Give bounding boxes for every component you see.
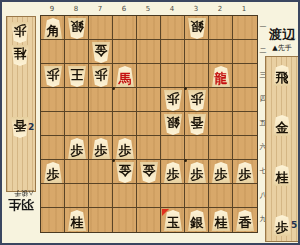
- square-2八[interactable]: [209, 184, 233, 208]
- piece-kanji: 王: [71, 66, 84, 81]
- piece-kanji: 龍: [215, 72, 228, 87]
- piece-kanji: 銀: [191, 216, 204, 231]
- file-label-4: 4: [160, 5, 184, 13]
- piece-kanji: 歩: [47, 168, 60, 183]
- square-9五[interactable]: [41, 112, 65, 136]
- piece-kanji: 角: [47, 24, 60, 39]
- piece-kanji: 銀: [71, 18, 84, 33]
- piece-kanji: 歩: [191, 90, 204, 105]
- gote-player-name: 羽生: [2, 195, 40, 213]
- square-8二[interactable]: [65, 40, 89, 64]
- piece-kanji: 香: [14, 117, 27, 132]
- piece-kanji: 玉: [167, 216, 180, 231]
- square-5九[interactable]: [137, 208, 161, 232]
- piece-kanji: 銀: [167, 114, 180, 129]
- square-2六[interactable]: [209, 136, 233, 160]
- sente-player-name: 渡辺: [264, 26, 300, 44]
- square-6四[interactable]: [113, 88, 137, 112]
- square-5六[interactable]: [137, 136, 161, 160]
- shogi-piece-飛-sente[interactable]: 飛: [272, 65, 292, 86]
- square-9二[interactable]: [41, 40, 65, 64]
- square-7八[interactable]: [89, 184, 113, 208]
- square-6五[interactable]: [113, 112, 137, 136]
- piece-kanji: 金: [276, 121, 289, 136]
- square-1三[interactable]: [233, 64, 257, 88]
- square-8五[interactable]: [65, 112, 89, 136]
- square-3八[interactable]: [185, 184, 209, 208]
- square-9八[interactable]: [41, 184, 65, 208]
- piece-kanji: 金: [119, 162, 132, 177]
- square-1四[interactable]: [233, 88, 257, 112]
- hand-count-香: 2: [28, 122, 34, 132]
- piece-kanji: 飛: [276, 71, 289, 86]
- shogi-piece-香-gote[interactable]: 香: [10, 117, 30, 138]
- file-label-2: 2: [208, 5, 232, 13]
- square-4三[interactable]: [161, 64, 185, 88]
- piece-kanji: 歩: [47, 66, 60, 81]
- star-point: [184, 159, 187, 162]
- square-9九[interactable]: [41, 208, 65, 232]
- sente-komadai: 飛金桂歩5: [265, 56, 299, 242]
- square-5二[interactable]: [137, 40, 161, 64]
- square-2五[interactable]: [209, 112, 233, 136]
- square-3三[interactable]: [185, 64, 209, 88]
- square-7五[interactable]: [89, 112, 113, 136]
- square-8四[interactable]: [65, 88, 89, 112]
- piece-kanji: 香: [191, 114, 204, 129]
- square-5一[interactable]: [137, 16, 161, 40]
- piece-kanji: 金: [143, 162, 156, 177]
- square-1二[interactable]: [233, 40, 257, 64]
- piece-kanji: 歩: [276, 221, 289, 236]
- file-label-6: 6: [112, 5, 136, 13]
- shogi-diagram: 987654321 角銀銀金歩王歩馬龍歩歩銀香歩歩歩歩金金歩歩歩歩桂玉銀桂香 一…: [0, 0, 300, 245]
- piece-kanji: 桂: [71, 216, 84, 231]
- piece-kanji: 歩: [191, 168, 204, 183]
- star-point: [184, 87, 187, 90]
- piece-kanji: 歩: [95, 144, 108, 159]
- piece-kanji: 桂: [276, 171, 289, 186]
- shogi-piece-歩-gote[interactable]: 歩: [10, 22, 30, 43]
- square-6二[interactable]: [113, 40, 137, 64]
- piece-kanji: 桂: [215, 216, 228, 231]
- square-7七[interactable]: [89, 160, 113, 184]
- square-1五[interactable]: [233, 112, 257, 136]
- square-6九[interactable]: [113, 208, 137, 232]
- piece-kanji: 桂: [14, 45, 27, 60]
- file-label-8: 8: [64, 5, 88, 13]
- gote-komadai: 歩桂香2: [6, 16, 36, 192]
- square-6八[interactable]: [113, 184, 137, 208]
- piece-kanji: 歩: [167, 168, 180, 183]
- piece-kanji: 金: [95, 42, 108, 57]
- file-label-1: 1: [232, 5, 256, 13]
- square-3二[interactable]: [185, 40, 209, 64]
- star-point: [112, 87, 115, 90]
- square-7四[interactable]: [89, 88, 113, 112]
- square-4一[interactable]: [161, 16, 185, 40]
- piece-kanji: 歩: [119, 144, 132, 159]
- square-8八[interactable]: [65, 184, 89, 208]
- hand-count-歩: 5: [291, 220, 297, 230]
- piece-kanji: 歩: [95, 66, 108, 81]
- piece-kanji: 歩: [71, 144, 84, 159]
- sente-side-label: ▲先手: [264, 43, 300, 53]
- square-6一[interactable]: [113, 16, 137, 40]
- shogi-piece-桂-gote[interactable]: 桂: [10, 45, 30, 66]
- file-label-9: 9: [40, 5, 64, 13]
- piece-kanji: 歩: [14, 22, 27, 37]
- square-5八[interactable]: [137, 184, 161, 208]
- piece-kanji: 歩: [167, 90, 180, 105]
- file-label-5: 5: [136, 5, 160, 13]
- square-9四[interactable]: [41, 88, 65, 112]
- square-7九[interactable]: [89, 208, 113, 232]
- piece-kanji: 歩: [239, 168, 252, 183]
- square-4六[interactable]: [161, 136, 185, 160]
- square-7一[interactable]: [89, 16, 113, 40]
- square-4二[interactable]: [161, 40, 185, 64]
- piece-kanji: 香: [239, 216, 252, 231]
- square-8七[interactable]: [65, 160, 89, 184]
- piece-kanji: 銀: [191, 18, 204, 33]
- square-1八[interactable]: [233, 184, 257, 208]
- square-5四[interactable]: [137, 88, 161, 112]
- shogi-piece-歩-sente[interactable]: 歩: [272, 215, 292, 236]
- square-5五[interactable]: [137, 112, 161, 136]
- square-2二[interactable]: [209, 40, 233, 64]
- square-2一[interactable]: [209, 16, 233, 40]
- square-1六[interactable]: [233, 136, 257, 160]
- shogi-piece-金-sente[interactable]: 金: [272, 115, 292, 136]
- file-label-3: 3: [184, 5, 208, 13]
- shogi-piece-桂-sente[interactable]: 桂: [272, 165, 292, 186]
- square-3六[interactable]: [185, 136, 209, 160]
- square-5三[interactable]: [137, 64, 161, 88]
- square-2四[interactable]: [209, 88, 233, 112]
- square-4八[interactable]: [161, 184, 185, 208]
- star-point: [112, 159, 115, 162]
- piece-kanji: 歩: [215, 168, 228, 183]
- shogi-board: 角銀銀金歩王歩馬龍歩歩銀香歩歩歩歩金金歩歩歩歩桂玉銀桂香: [40, 15, 258, 233]
- square-1一[interactable]: [233, 16, 257, 40]
- square-9六[interactable]: [41, 136, 65, 160]
- file-label-7: 7: [88, 5, 112, 13]
- piece-kanji: 馬: [119, 72, 132, 87]
